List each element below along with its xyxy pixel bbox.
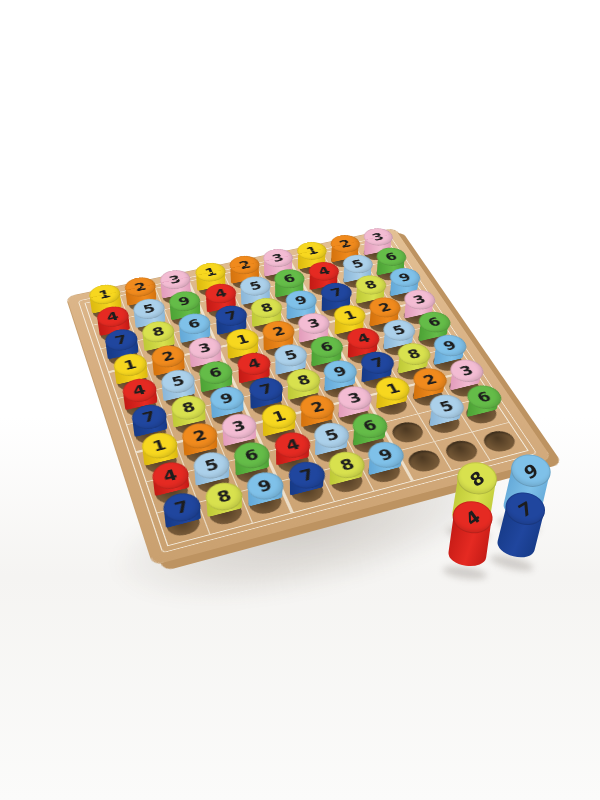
peg-number: 1 (341, 308, 359, 322)
peg-number: 2 (308, 399, 327, 416)
peg-number: 9 (520, 458, 542, 482)
peg-number: 3 (196, 340, 213, 355)
peg-number: 9 (440, 338, 459, 353)
peg-number: 8 (466, 466, 488, 490)
peg-number: 4 (461, 505, 483, 529)
peg-number: 2 (376, 300, 394, 314)
peg-number: 8 (180, 399, 198, 416)
peg-number: 3 (305, 316, 323, 331)
peg-number: 2 (420, 372, 440, 388)
peg-number: 9 (218, 390, 236, 407)
peg-number: 7 (515, 497, 536, 521)
product-photo: 1231231234594564567867897891231231234564… (0, 0, 600, 800)
peg-number: 3 (457, 363, 477, 379)
peg-number: 8 (404, 346, 423, 361)
peg-number: 8 (295, 372, 313, 388)
peg-number: 3 (345, 390, 364, 407)
peg-number: 7 (257, 381, 275, 397)
peg-floor-shadow (442, 564, 487, 582)
peg-number: 9 (331, 364, 350, 380)
peg-number: 7 (140, 408, 158, 425)
peg-number: 2 (160, 349, 177, 365)
peg-number: 1 (234, 332, 251, 347)
peg-number: 7 (368, 355, 387, 371)
peg-number: 1 (384, 381, 403, 397)
peg-hole (404, 447, 444, 474)
peg-number: 2 (270, 324, 287, 339)
peg-number: 3 (411, 293, 429, 307)
